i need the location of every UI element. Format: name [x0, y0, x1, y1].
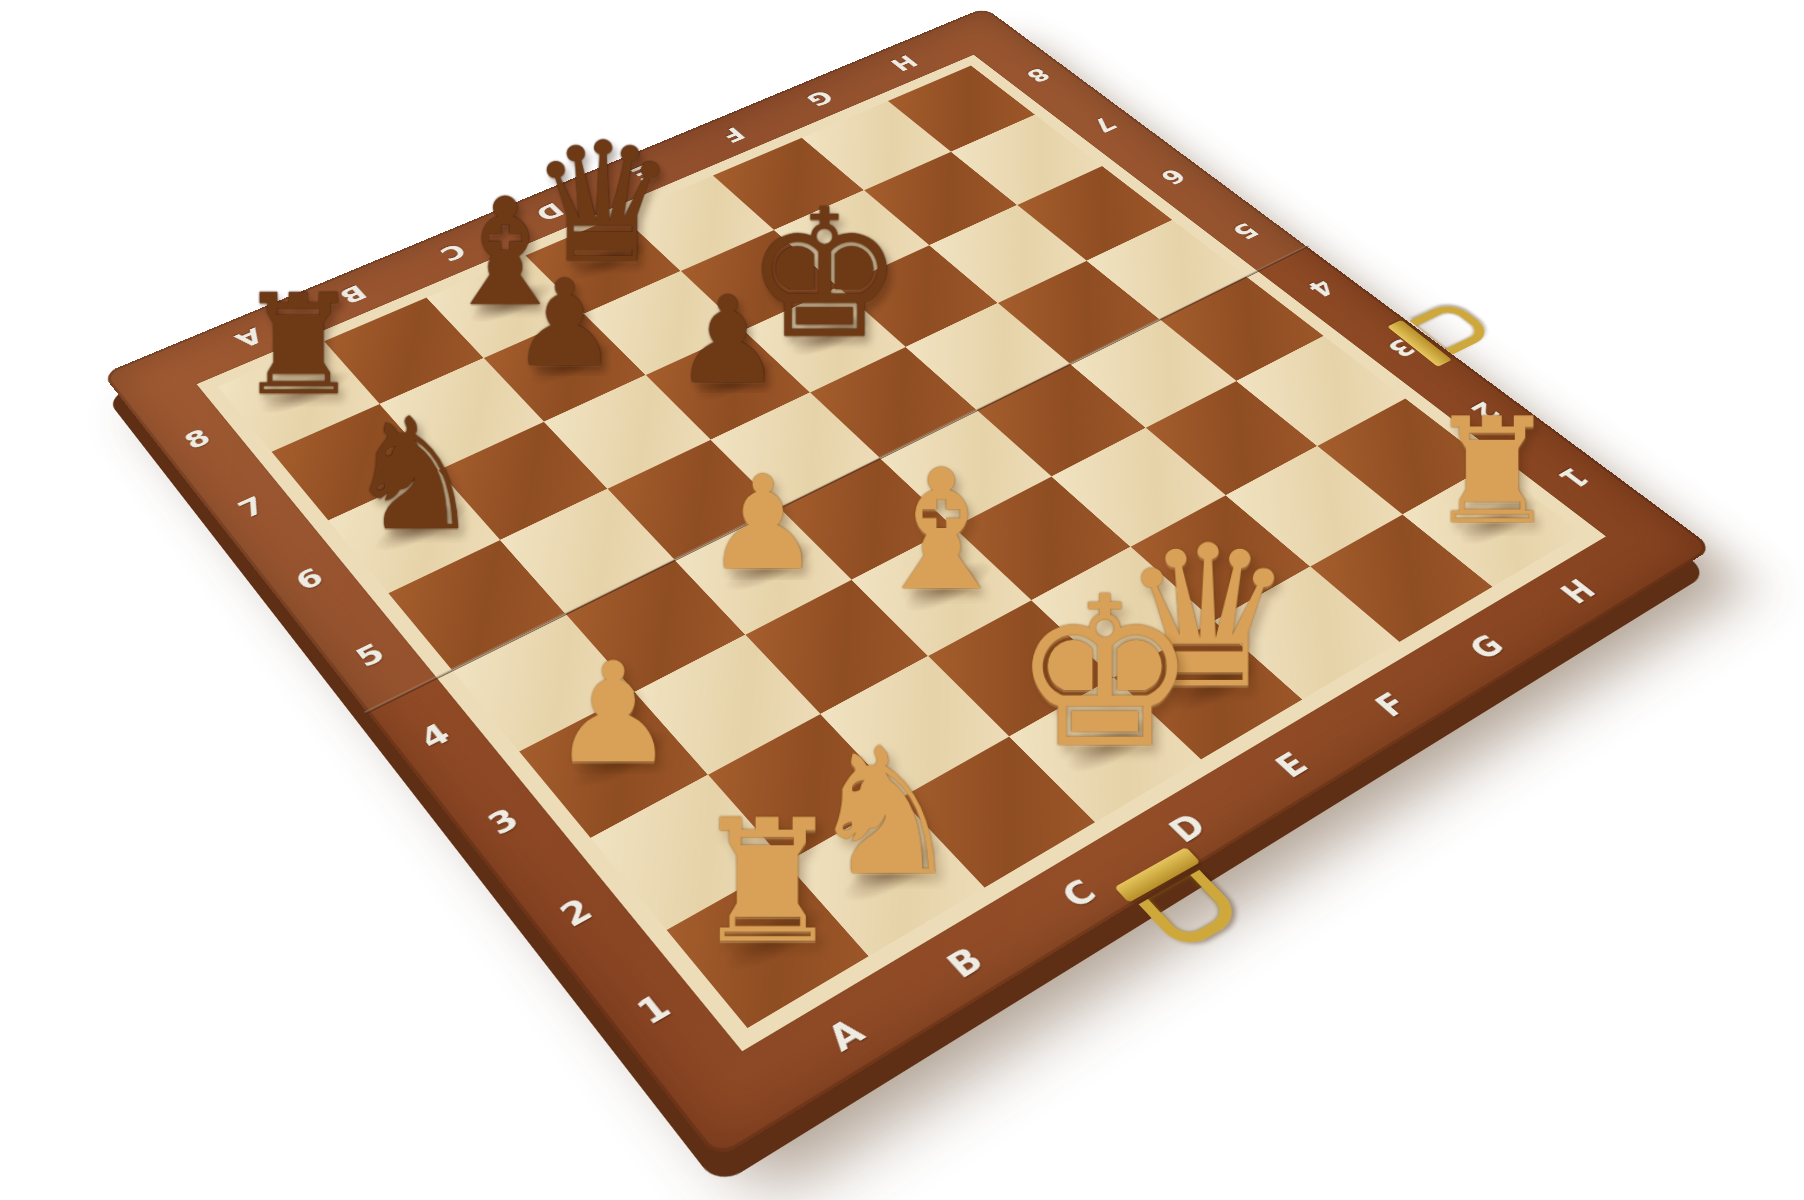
rank-label-left-3: 3 [482, 803, 524, 839]
file-label-bottom-c: C [1055, 874, 1102, 912]
white-bishop-icon: ♝ [867, 447, 1016, 613]
product-photo-scene: AABBCCDDEEFFGGHH1122334455667788 ♛♝♜♟♚♟♞… [0, 0, 1804, 1200]
white-pawn-icon: ♟ [705, 458, 821, 588]
brass-clasp-right [1410, 301, 1495, 355]
white-rook-icon: ♜ [691, 797, 843, 966]
file-label-bottom-d: D [1163, 809, 1212, 847]
file-label-bottom-a: A [821, 1013, 870, 1056]
chess-board: AABBCCDDEEFFGGHH1122334455667788 ♛♝♜♟♚♟♞… [102, 7, 1713, 1159]
file-label-bottom-b: B [941, 942, 989, 983]
white-pawn-icon: ♟ [551, 644, 676, 783]
file-label-bottom-h: H [1555, 575, 1601, 607]
rank-label-left-1: 1 [631, 989, 676, 1030]
board-frame: AABBCCDDEEFFGGHH1122334455667788 ♛♝♜♟♚♟♞… [102, 7, 1713, 1159]
file-label-bottom-g: G [1463, 630, 1509, 664]
white-king-icon: ♚ [1012, 570, 1198, 777]
rank-label-left-2: 2 [554, 893, 598, 931]
black-knight-icon: ♞ [345, 398, 483, 552]
rank-label-right-1: 1 [1553, 463, 1594, 491]
rank-label-right-3: 3 [1382, 335, 1420, 360]
rank-label-right-4: 4 [1302, 276, 1339, 300]
brass-clasp-front [1139, 870, 1244, 952]
pieces-layer: ♛♝♜♟♚♟♞♟♝♜♟♛♚♞♜ [218, 66, 1582, 1029]
file-label-bottom-f: F [1369, 688, 1412, 721]
black-pawn-icon: ♟ [674, 280, 782, 400]
rank-label-left-4: 4 [415, 719, 455, 753]
black-pawn-icon: ♟ [511, 264, 618, 383]
file-label-bottom-e: E [1270, 748, 1314, 782]
white-rook-icon: ♜ [1427, 399, 1558, 545]
